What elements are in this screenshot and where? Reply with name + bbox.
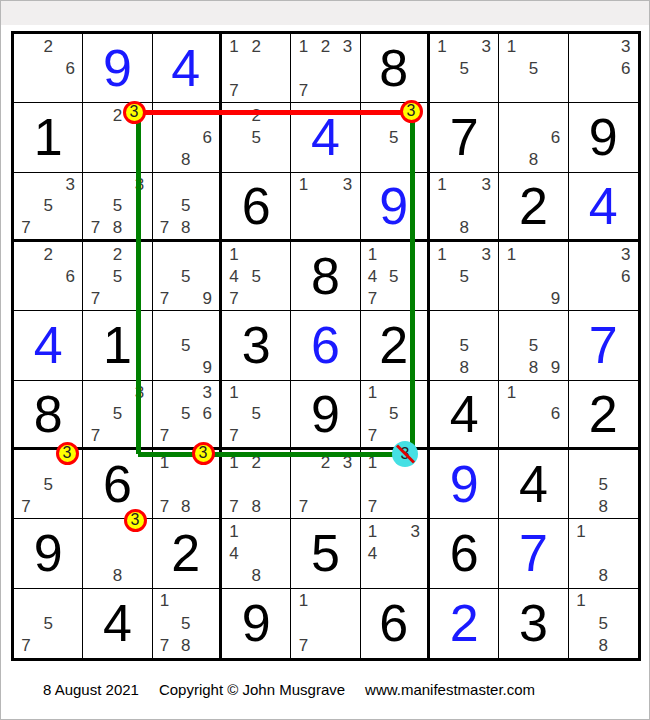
cell-r3c5[interactable]: 13 (291, 173, 360, 242)
cell-r5c6[interactable]: 2 (361, 311, 430, 380)
cell-r5c3[interactable]: 59 (153, 311, 222, 380)
pencil-marks: 578 (154, 174, 218, 238)
candidate-9: 9 (545, 287, 567, 309)
cell-r9c4[interactable]: 9 (222, 589, 291, 658)
candidate-3: 3 (59, 174, 81, 195)
cell-r1c9[interactable]: 36 (569, 34, 638, 103)
given-digit: 2 (569, 381, 638, 447)
given-digit: 6 (430, 519, 498, 587)
pencil-marks: 68 (154, 104, 218, 170)
cell-r6c2[interactable]: 357 (83, 381, 152, 450)
pencil-marks: 178 (154, 451, 218, 517)
given-digit: 4 (430, 381, 498, 447)
solved-digit: 4 (291, 103, 359, 171)
candidate-8: 8 (106, 565, 128, 587)
cell-r9c2[interactable]: 4 (83, 589, 152, 658)
pencil-marks: 68 (500, 104, 566, 170)
candidate-1: 1 (292, 35, 314, 57)
pencil-marks: 138 (431, 174, 497, 238)
pencil-marks: 3567 (154, 382, 218, 446)
candidate-5: 5 (175, 195, 196, 216)
solved-digit: 4 (153, 34, 219, 102)
cell-r5c7[interactable]: 58 (430, 311, 499, 380)
pencil-marks: 257 (84, 243, 150, 309)
cell-r9c7[interactable]: 2 (430, 589, 499, 658)
cell-r9c3[interactable]: 1578 (153, 589, 222, 658)
cell-r2c7[interactable]: 7 (430, 103, 499, 172)
cell-r9c6[interactable]: 6 (361, 589, 430, 658)
candidate-2: 2 (37, 35, 59, 57)
candidate-3: 3 (475, 174, 497, 195)
candidate-3: 3 (129, 174, 151, 195)
candidate-5: 5 (37, 473, 59, 495)
candidate-8: 8 (592, 495, 614, 517)
cell-r9c1[interactable]: 57 (14, 589, 83, 658)
cell-r2c5[interactable]: 4 (291, 103, 360, 172)
candidate-1: 1 (431, 35, 453, 57)
pencil-marks: 5 (362, 104, 426, 170)
cell-r3c9[interactable]: 4 (569, 173, 638, 242)
candidate-2: 2 (245, 451, 267, 473)
candidate-1: 1 (223, 520, 245, 542)
given-digit: 9 (14, 519, 82, 587)
candidate-8: 8 (175, 495, 196, 517)
candidate-8: 8 (522, 149, 544, 171)
cell-r3c1[interactable]: 357 (14, 173, 83, 242)
cell-r1c3[interactable]: 4 (153, 34, 222, 103)
cell-r8c1[interactable]: 9 (14, 519, 83, 588)
candidate-8: 8 (592, 565, 614, 587)
cell-r4c1[interactable]: 26 (14, 242, 83, 311)
solved-digit: 6 (291, 311, 359, 379)
pencil-marks: 17 (292, 590, 358, 657)
cell-r4c6[interactable]: 1457 (361, 242, 430, 311)
cell-r2c9[interactable]: 9 (569, 103, 638, 172)
candidate-7: 7 (15, 217, 37, 238)
given-digit: 1 (83, 311, 151, 379)
cell-r6c6[interactable]: 157 (361, 381, 430, 450)
cell-r2c3[interactable]: 68 (153, 103, 222, 172)
pencil-marks: 1457 (223, 243, 289, 309)
solved-digit: 9 (430, 450, 498, 518)
candidate-5: 5 (522, 334, 544, 356)
cell-r5c4[interactable]: 3 (222, 311, 291, 380)
pencil-marks: 135 (431, 243, 497, 309)
given-digit: 8 (14, 381, 82, 447)
candidate-7: 7 (223, 79, 245, 101)
candidate-2: 2 (106, 243, 128, 265)
cell-r4c7[interactable]: 135 (430, 242, 499, 311)
candidate-4: 4 (223, 542, 245, 564)
solved-digit: 2 (430, 589, 498, 658)
cell-r7c1[interactable]: 57 (14, 450, 83, 519)
candidate-7: 7 (154, 495, 175, 517)
candidate-5: 5 (175, 265, 196, 287)
given-digit: 3 (499, 589, 567, 658)
sudoku-board: 2694127123781351536126825457689357357857… (11, 31, 641, 661)
cell-r6c8[interactable]: 16 (499, 381, 568, 450)
pencil-marks: 19 (500, 243, 566, 309)
footer-website: www.manifestmaster.com (365, 681, 535, 698)
cell-r1c8[interactable]: 15 (499, 34, 568, 103)
candidate-2: 2 (314, 35, 336, 57)
pencil-marks: 1578 (154, 590, 218, 657)
candidate-7: 7 (15, 635, 37, 657)
candidate-6: 6 (545, 403, 567, 424)
candidate-9: 9 (197, 287, 218, 309)
candidate-5: 5 (106, 265, 128, 287)
candidate-2: 2 (245, 104, 267, 126)
candidate-1: 1 (154, 590, 175, 612)
candidate-2: 2 (314, 451, 336, 473)
candidate-4: 4 (223, 265, 245, 287)
given-digit: 1 (14, 103, 82, 171)
candidate-2: 2 (37, 243, 59, 265)
candidate-8: 8 (245, 565, 267, 587)
pencil-marks: 1278 (223, 451, 289, 517)
pencil-marks: 57 (15, 590, 81, 657)
given-digit: 2 (361, 311, 427, 379)
candidate-7: 7 (223, 425, 245, 446)
pencil-marks: 157 (223, 382, 289, 446)
cell-r8c2[interactable]: 8 (83, 519, 152, 588)
candidate-6: 6 (545, 126, 567, 148)
cell-r3c2[interactable]: 3578 (83, 173, 152, 242)
cell-r5c5[interactable]: 6 (291, 311, 360, 380)
pencil-marks: 158 (570, 590, 637, 657)
cell-r5c1[interactable]: 4 (14, 311, 83, 380)
cell-r8c5[interactable]: 5 (291, 519, 360, 588)
candidate-5: 5 (37, 612, 59, 634)
cell-r6c9[interactable]: 2 (569, 381, 638, 450)
candidate-8: 8 (175, 635, 196, 657)
solved-digit: 9 (83, 34, 151, 102)
cell-r4c4[interactable]: 1457 (222, 242, 291, 311)
candidate-1: 1 (362, 243, 383, 265)
candidate-1: 1 (223, 35, 245, 57)
candidate-1: 1 (223, 382, 245, 403)
candidate-6: 6 (197, 126, 218, 148)
given-digit: 6 (222, 173, 290, 239)
candidate-7: 7 (362, 425, 383, 446)
candidate-1: 1 (362, 520, 383, 542)
cell-r5c2[interactable]: 1 (83, 311, 152, 380)
candidate-5: 5 (592, 473, 614, 495)
candidate-8: 8 (592, 635, 614, 657)
cell-r6c4[interactable]: 157 (222, 381, 291, 450)
given-digit: 6 (361, 589, 427, 658)
cell-r4c9[interactable]: 36 (569, 242, 638, 311)
candidate-6: 6 (197, 403, 218, 424)
given-digit: 9 (569, 103, 638, 171)
candidate-5: 5 (175, 334, 196, 356)
candidate-8: 8 (453, 217, 475, 238)
cell-r6c5[interactable]: 9 (291, 381, 360, 450)
solved-digit: 9 (361, 173, 427, 239)
candidate-7: 7 (154, 217, 175, 238)
footer: 8 August 2021 Copyright © John Musgrave … (43, 681, 535, 698)
top-strip (1, 1, 650, 25)
candidate-7: 7 (362, 495, 383, 517)
candidate-7: 7 (292, 495, 314, 517)
pencil-marks: 157 (362, 382, 426, 446)
candidate-1: 1 (292, 590, 314, 612)
cell-r8c7[interactable]: 6 (430, 519, 499, 588)
candidate-3: 3 (405, 520, 426, 542)
given-digit: 4 (83, 589, 151, 658)
cell-r6c3[interactable]: 3567 (153, 381, 222, 450)
cell-r9c8[interactable]: 3 (499, 589, 568, 658)
cell-r9c9[interactable]: 158 (569, 589, 638, 658)
candidate-3: 3 (615, 35, 637, 57)
cell-r7c6[interactable]: 17 (361, 450, 430, 519)
cell-r8c9[interactable]: 18 (569, 519, 638, 588)
cell-r7c4[interactable]: 1278 (222, 450, 291, 519)
candidate-5: 5 (383, 126, 404, 148)
pencil-marks: 25 (223, 104, 289, 170)
candidate-9: 9 (545, 357, 567, 379)
given-digit: 6 (83, 450, 151, 518)
candidate-1: 1 (223, 243, 245, 265)
candidate-8: 8 (106, 217, 128, 238)
cell-r1c1[interactable]: 26 (14, 34, 83, 103)
candidate-1: 1 (500, 382, 522, 403)
candidate-7: 7 (292, 79, 314, 101)
cell-r6c1[interactable]: 8 (14, 381, 83, 450)
cell-r5c8[interactable]: 589 (499, 311, 568, 380)
cell-r7c9[interactable]: 58 (569, 450, 638, 519)
given-digit: 9 (291, 381, 359, 447)
cell-r2c6[interactable]: 5 (361, 103, 430, 172)
pencil-marks: 13 (292, 174, 358, 238)
candidate-8: 8 (522, 357, 544, 379)
candidate-2: 2 (245, 35, 267, 57)
candidate-4: 4 (362, 542, 383, 564)
candidate-5: 5 (106, 195, 128, 216)
cell-r3c8[interactable]: 2 (499, 173, 568, 242)
candidate-1: 1 (500, 35, 522, 57)
candidate-5: 5 (453, 57, 475, 79)
pencil-marks: 36 (570, 35, 637, 101)
candidate-1: 1 (431, 174, 453, 195)
candidate-3: 3 (337, 174, 359, 195)
candidate-5: 5 (175, 403, 196, 424)
pencil-marks: 17 (362, 451, 426, 517)
pencil-marks: 357 (15, 174, 81, 238)
candidate-8: 8 (175, 149, 196, 171)
cell-r7c5[interactable]: 237 (291, 450, 360, 519)
candidate-7: 7 (84, 287, 106, 309)
candidate-7: 7 (154, 425, 175, 446)
solved-digit: 7 (569, 311, 638, 379)
candidate-6: 6 (615, 265, 637, 287)
cell-r1c4[interactable]: 127 (222, 34, 291, 103)
footer-copyright: Copyright © John Musgrave (159, 681, 345, 698)
cell-r7c2[interactable]: 6 (83, 450, 152, 519)
candidate-3: 3 (337, 451, 359, 473)
pencil-marks: 579 (154, 243, 218, 309)
pencil-marks: 18 (570, 520, 637, 586)
pencil-marks: 26 (15, 243, 81, 309)
sudoku-page: 2694127123781351536126825457689357357857… (0, 0, 650, 720)
cell-r8c8[interactable]: 7 (499, 519, 568, 588)
pencil-marks: 15 (500, 35, 566, 101)
candidate-6: 6 (59, 57, 81, 79)
candidate-9: 9 (197, 357, 218, 379)
candidate-1: 1 (570, 590, 592, 612)
candidate-5: 5 (592, 612, 614, 634)
candidate-3: 3 (337, 35, 359, 57)
pencil-marks: 127 (223, 35, 289, 101)
given-digit: 3 (222, 311, 290, 379)
cell-r4c3[interactable]: 579 (153, 242, 222, 311)
candidate-8: 8 (453, 357, 475, 379)
candidate-8: 8 (245, 495, 267, 517)
candidate-5: 5 (383, 265, 404, 287)
given-digit: 8 (291, 242, 359, 310)
pencil-marks: 26 (15, 35, 81, 101)
pencil-marks: 135 (431, 35, 497, 101)
candidate-1: 1 (362, 451, 383, 473)
candidate-7: 7 (362, 287, 383, 309)
cell-r1c6[interactable]: 8 (361, 34, 430, 103)
candidate-7: 7 (154, 287, 175, 309)
candidate-4: 4 (362, 265, 383, 287)
candidate-1: 1 (292, 174, 314, 195)
pencil-marks: 36 (570, 243, 637, 309)
pencil-marks: 16 (500, 382, 566, 446)
cell-r6c7[interactable]: 4 (430, 381, 499, 450)
cell-r7c3[interactable]: 178 (153, 450, 222, 519)
candidate-1: 1 (570, 520, 592, 542)
candidate-3: 3 (475, 35, 497, 57)
cell-r2c2[interactable]: 2 (83, 103, 152, 172)
candidate-1: 1 (154, 451, 175, 473)
cell-r8c3[interactable]: 2 (153, 519, 222, 588)
candidate-7: 7 (223, 287, 245, 309)
candidate-5: 5 (37, 195, 59, 216)
candidate-5: 5 (245, 403, 267, 424)
candidate-7: 7 (154, 635, 175, 657)
candidate-1: 1 (500, 243, 522, 265)
pencil-marks: 148 (223, 520, 289, 586)
candidate-7: 7 (223, 495, 245, 517)
cell-r1c7[interactable]: 135 (430, 34, 499, 103)
candidate-1: 1 (431, 243, 453, 265)
solved-digit: 4 (14, 311, 82, 379)
cell-r2c1[interactable]: 1 (14, 103, 83, 172)
candidate-3: 3 (475, 243, 497, 265)
pencil-marks: 1457 (362, 243, 426, 309)
pencil-marks: 357 (84, 382, 150, 446)
cell-r3c3[interactable]: 578 (153, 173, 222, 242)
candidate-5: 5 (245, 265, 267, 287)
candidate-7: 7 (292, 635, 314, 657)
candidate-5: 5 (245, 126, 267, 148)
candidate-5: 5 (522, 57, 544, 79)
candidate-3: 3 (615, 243, 637, 265)
cell-r3c7[interactable]: 138 (430, 173, 499, 242)
candidate-5: 5 (106, 403, 128, 424)
candidate-8: 8 (175, 217, 196, 238)
candidate-7: 7 (84, 425, 106, 446)
given-digit: 8 (361, 34, 427, 102)
given-digit: 2 (499, 173, 567, 239)
cell-r4c2[interactable]: 257 (83, 242, 152, 311)
pencil-marks: 58 (431, 312, 497, 378)
cell-r8c4[interactable]: 148 (222, 519, 291, 588)
pencil-marks: 59 (154, 312, 218, 378)
candidate-5: 5 (383, 403, 404, 424)
pencil-marks: 589 (500, 312, 566, 378)
cell-r8c6[interactable]: 134 (361, 519, 430, 588)
candidate-2: 2 (106, 104, 128, 126)
cell-r4c5[interactable]: 8 (291, 242, 360, 311)
pencil-marks: 58 (570, 451, 637, 517)
given-digit: 4 (499, 450, 567, 518)
pencil-marks: 57 (15, 451, 81, 517)
given-digit: 2 (153, 519, 219, 587)
pencil-marks: 134 (362, 520, 426, 586)
pencil-marks: 2 (84, 104, 150, 170)
cell-r1c5[interactable]: 1237 (291, 34, 360, 103)
cell-r3c4[interactable]: 6 (222, 173, 291, 242)
candidate-5: 5 (453, 265, 475, 287)
given-digit: 5 (291, 519, 359, 587)
cell-r5c9[interactable]: 7 (569, 311, 638, 380)
candidate-5: 5 (453, 334, 475, 356)
cell-r4c8[interactable]: 19 (499, 242, 568, 311)
pencil-marks: 237 (292, 451, 358, 517)
given-digit: 9 (222, 589, 290, 658)
candidate-7: 7 (84, 217, 106, 238)
given-digit: 7 (430, 103, 498, 171)
pencil-marks: 8 (84, 520, 150, 586)
solved-digit: 4 (569, 173, 638, 239)
candidate-7: 7 (15, 495, 37, 517)
cell-r7c8[interactable]: 4 (499, 450, 568, 519)
cell-r2c4[interactable]: 25 (222, 103, 291, 172)
candidate-3: 3 (197, 382, 218, 403)
candidate-5: 5 (175, 612, 196, 634)
pencil-marks: 1237 (292, 35, 358, 101)
cell-r3c6[interactable]: 9 (361, 173, 430, 242)
footer-date: 8 August 2021 (43, 681, 139, 698)
cell-r2c8[interactable]: 68 (499, 103, 568, 172)
solved-digit: 7 (499, 519, 567, 587)
cell-r1c2[interactable]: 9 (83, 34, 152, 103)
candidate-1: 1 (223, 451, 245, 473)
candidate-3: 3 (129, 382, 151, 403)
cell-r7c7[interactable]: 9 (430, 450, 499, 519)
candidate-6: 6 (59, 265, 81, 287)
candidate-1: 1 (362, 382, 383, 403)
cell-r9c5[interactable]: 17 (291, 589, 360, 658)
pencil-marks: 3578 (84, 174, 150, 238)
candidate-6: 6 (615, 57, 637, 79)
